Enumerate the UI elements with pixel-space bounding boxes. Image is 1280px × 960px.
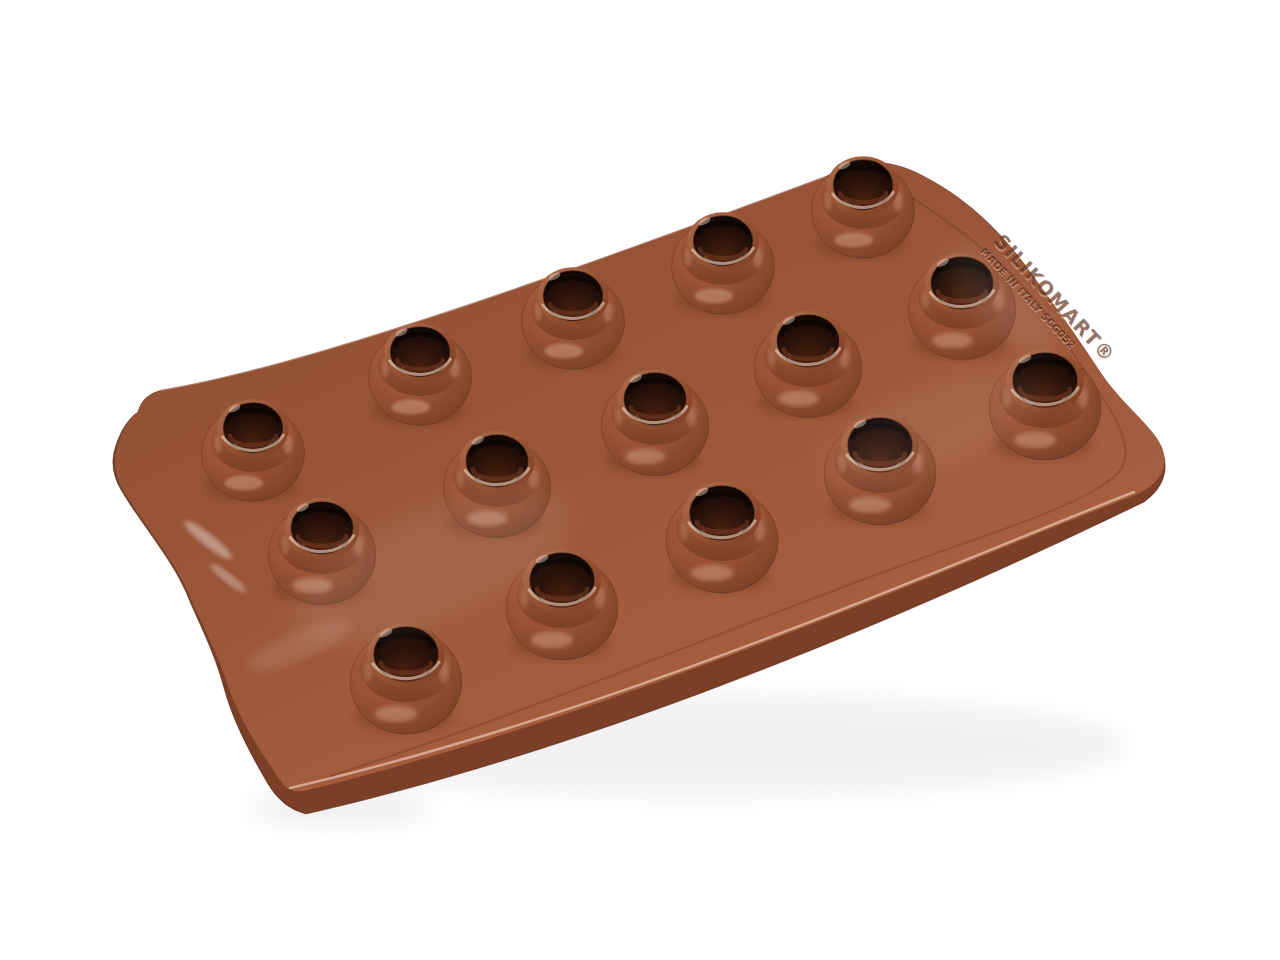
chocolate-mould-photo: SILIKOMART® SILIKOMART® MADE IN ITALY SC… [0,0,1280,960]
product-photo: SILIKOMART® SILIKOMART® MADE IN ITALY SC… [0,0,1280,960]
chocolate-mould: SILIKOMART® SILIKOMART® MADE IN ITALY SC… [113,156,1165,826]
